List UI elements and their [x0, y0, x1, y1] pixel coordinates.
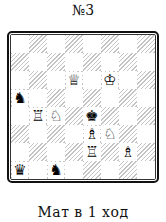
square-h3[interactable] — [137, 125, 155, 143]
square-h6[interactable] — [137, 71, 155, 89]
square-a4[interactable] — [11, 107, 29, 125]
square-a8[interactable] — [11, 35, 29, 53]
square-g7[interactable] — [119, 53, 137, 71]
black-knight: ♞ — [12, 90, 28, 107]
square-g8[interactable] — [119, 35, 137, 53]
square-g2[interactable]: ♗ — [119, 143, 137, 161]
square-b7[interactable] — [29, 53, 47, 71]
stipulation-caption: Мат в 1 ход — [0, 204, 166, 221]
square-a5[interactable]: ♞ — [11, 89, 29, 107]
square-a6[interactable] — [11, 71, 29, 89]
square-h4[interactable] — [137, 107, 155, 125]
white-knight: ♘ — [48, 108, 64, 125]
white-queen: ♕ — [66, 72, 82, 89]
square-d4[interactable] — [65, 107, 83, 125]
square-d2[interactable] — [65, 143, 83, 161]
white-rook: ♖ — [30, 108, 46, 125]
square-e4[interactable]: ♚ — [83, 107, 101, 125]
square-a1[interactable]: ♛ — [11, 161, 29, 179]
square-e5[interactable] — [83, 89, 101, 107]
black-knight: ♞ — [48, 162, 64, 179]
square-g4[interactable] — [119, 107, 137, 125]
square-h5[interactable] — [137, 89, 155, 107]
square-f5[interactable] — [101, 89, 119, 107]
square-e7[interactable] — [83, 53, 101, 71]
square-a7[interactable] — [11, 53, 29, 71]
board-inner-frame: ♕♔♞♖♘♚♗♘♖♗♛♞ — [10, 34, 156, 180]
square-e3[interactable]: ♗ — [83, 125, 101, 143]
square-f7[interactable] — [101, 53, 119, 71]
square-f8[interactable] — [101, 35, 119, 53]
square-c5[interactable] — [47, 89, 65, 107]
square-c6[interactable] — [47, 71, 65, 89]
black-queen: ♛ — [12, 162, 28, 179]
square-f3[interactable]: ♘ — [101, 125, 119, 143]
square-h1[interactable] — [137, 161, 155, 179]
square-b5[interactable] — [29, 89, 47, 107]
square-f2[interactable] — [101, 143, 119, 161]
square-d1[interactable] — [65, 161, 83, 179]
square-e1[interactable] — [83, 161, 101, 179]
square-e2[interactable]: ♖ — [83, 143, 101, 161]
square-g1[interactable] — [119, 161, 137, 179]
black-king: ♚ — [84, 108, 100, 125]
square-f6[interactable]: ♔ — [101, 71, 119, 89]
square-b8[interactable] — [29, 35, 47, 53]
square-b4[interactable]: ♖ — [29, 107, 47, 125]
square-e6[interactable] — [83, 71, 101, 89]
white-rook: ♖ — [84, 144, 100, 161]
square-h2[interactable] — [137, 143, 155, 161]
square-c1[interactable]: ♞ — [47, 161, 65, 179]
square-c8[interactable] — [47, 35, 65, 53]
square-d6[interactable]: ♕ — [65, 71, 83, 89]
square-f4[interactable] — [101, 107, 119, 125]
square-a3[interactable] — [11, 125, 29, 143]
square-c7[interactable] — [47, 53, 65, 71]
white-bishop: ♗ — [84, 126, 100, 143]
puzzle-number: №3 — [0, 2, 166, 19]
white-knight: ♘ — [102, 126, 118, 143]
square-b2[interactable] — [29, 143, 47, 161]
chess-board: ♕♔♞♖♘♚♗♘♖♗♛♞ — [7, 31, 159, 183]
square-c3[interactable] — [47, 125, 65, 143]
square-d7[interactable] — [65, 53, 83, 71]
square-g5[interactable] — [119, 89, 137, 107]
square-c2[interactable] — [47, 143, 65, 161]
white-bishop: ♗ — [120, 144, 136, 161]
square-g6[interactable] — [119, 71, 137, 89]
square-b6[interactable] — [29, 71, 47, 89]
square-b1[interactable] — [29, 161, 47, 179]
board-grid: ♕♔♞♖♘♚♗♘♖♗♛♞ — [11, 35, 155, 179]
square-e8[interactable] — [83, 35, 101, 53]
square-d3[interactable] — [65, 125, 83, 143]
square-h7[interactable] — [137, 53, 155, 71]
square-b3[interactable] — [29, 125, 47, 143]
chess-puzzle-page: №3 ♕♔♞♖♘♚♗♘♖♗♛♞ Мат в 1 ход — [0, 0, 166, 222]
square-f1[interactable] — [101, 161, 119, 179]
square-a2[interactable] — [11, 143, 29, 161]
white-king: ♔ — [102, 72, 118, 89]
square-g3[interactable] — [119, 125, 137, 143]
square-d8[interactable] — [65, 35, 83, 53]
square-h8[interactable] — [137, 35, 155, 53]
square-c4[interactable]: ♘ — [47, 107, 65, 125]
square-d5[interactable] — [65, 89, 83, 107]
